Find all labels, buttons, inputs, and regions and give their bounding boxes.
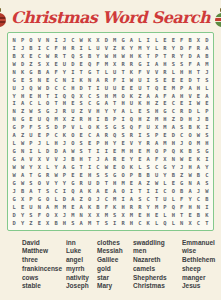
grid-cell: D	[77, 84, 85, 92]
grid-cell: W	[27, 107, 35, 115]
grid-cell: W	[10, 163, 18, 171]
grid-cell: Y	[10, 92, 18, 100]
grid-cell: G	[203, 147, 211, 155]
grid-cell: X	[161, 155, 169, 163]
grid-cell: S	[111, 211, 119, 219]
grid-cell: M	[194, 139, 202, 147]
grid-cell: R	[178, 107, 186, 115]
grid-cell: L	[136, 163, 144, 171]
grid-cell: C	[178, 131, 186, 139]
grid-cell: H	[161, 115, 169, 123]
grid-cell: B	[203, 52, 211, 60]
grid-cell: I	[119, 195, 127, 203]
grid-cell: D	[44, 147, 52, 155]
grid-cell: J	[178, 163, 186, 171]
grid-cell: A	[152, 139, 160, 147]
grid-cell: A	[136, 179, 144, 187]
grid-cell: J	[60, 139, 68, 147]
grid-cell: R	[161, 44, 169, 52]
grid-cell: M	[69, 211, 77, 219]
grid-cell: O	[119, 187, 127, 195]
grid-cell: R	[77, 115, 85, 123]
grid-cell: O	[44, 211, 52, 219]
grid-cell: A	[194, 52, 202, 60]
grid-cell: J	[35, 139, 43, 147]
grid-cell: O	[69, 139, 77, 147]
grid-cell: S	[194, 147, 202, 155]
grid-cell: F	[52, 44, 60, 52]
grid-cell: M	[85, 219, 93, 227]
grid-cell: L	[35, 147, 43, 155]
grid-cell: D	[60, 195, 68, 203]
grid-cell: E	[102, 187, 110, 195]
word-item: Galilee	[97, 256, 133, 265]
grid-cell: Q	[161, 219, 169, 227]
grid-cell: A	[169, 123, 177, 131]
grid-cell: J	[52, 107, 60, 115]
grid-cell: E	[35, 219, 43, 227]
grid-cell: A	[77, 187, 85, 195]
grid-cell: K	[194, 123, 202, 131]
grid-cell: E	[27, 92, 35, 100]
grid-cell: R	[136, 203, 144, 211]
grid-cell: E	[169, 76, 177, 84]
grid-cell: V	[152, 68, 160, 76]
grid-cell: N	[10, 68, 18, 76]
word-item: myrrh	[66, 265, 97, 274]
grid-cell: I	[60, 187, 68, 195]
grid-cell: L	[203, 84, 211, 92]
grid-cell: O	[85, 123, 93, 131]
grid-cell: H	[186, 203, 194, 211]
grid-cell: A	[169, 92, 177, 100]
grid-cell: C	[194, 219, 202, 227]
grid-cell: B	[52, 219, 60, 227]
grid-cell: M	[152, 203, 160, 211]
grid-cell: P	[27, 195, 35, 203]
grid-cell: G	[35, 171, 43, 179]
grid-cell: H	[35, 92, 43, 100]
grid-cell: G	[35, 195, 43, 203]
grid-cell: T	[178, 211, 186, 219]
grid-cell: E	[111, 163, 119, 171]
grid-cell: P	[27, 139, 35, 147]
grid-cell: G	[85, 68, 93, 76]
grid-cell: U	[35, 115, 43, 123]
word-item: Jesus	[182, 282, 221, 291]
grid-cell: L	[194, 107, 202, 115]
grid-cell: V	[44, 155, 52, 163]
grid-cell: D	[178, 115, 186, 123]
grid-cell: I	[52, 36, 60, 44]
grid-cell: D	[10, 211, 18, 219]
grid-cell: I	[152, 187, 160, 195]
grid-cell: D	[186, 52, 194, 60]
grid-cell: I	[186, 100, 194, 108]
grid-cell: T	[152, 195, 160, 203]
grid-cell: B	[203, 195, 211, 203]
grid-cell: I	[69, 76, 77, 84]
grid-cell: N	[18, 147, 26, 155]
grid-cell: T	[102, 179, 110, 187]
bauble-ornament-icon	[215, 8, 221, 27]
grid-cell: A	[111, 187, 119, 195]
grid-cell: A	[94, 131, 102, 139]
grid-cell: E	[127, 84, 135, 92]
grid-cell: K	[94, 123, 102, 131]
grid-cell: I	[10, 44, 18, 52]
word-item: gold	[97, 265, 133, 274]
grid-cell: F	[136, 68, 144, 76]
grid-cell: T	[77, 68, 85, 76]
grid-cell: J	[194, 115, 202, 123]
grid-cell: K	[111, 203, 119, 211]
word-item: angel	[66, 256, 97, 265]
grid-cell: M	[52, 203, 60, 211]
grid-cell: E	[119, 139, 127, 147]
grid-cell: U	[136, 76, 144, 84]
grid-cell: M	[161, 139, 169, 147]
grid-cell: I	[203, 155, 211, 163]
grid-cell: V	[186, 92, 194, 100]
grid-cell: D	[186, 107, 194, 115]
grid-cell: B	[102, 115, 110, 123]
grid-cell: A	[186, 187, 194, 195]
grid-cell: E	[178, 76, 186, 84]
grid-cell: X	[186, 219, 194, 227]
title-bar: Christmas Word Search	[0, 0, 221, 30]
grid-cell: P	[18, 123, 26, 131]
grid-cell: A	[152, 60, 160, 68]
grid-cell: O	[119, 163, 127, 171]
grid-cell: N	[10, 115, 18, 123]
grid-cell: Y	[161, 171, 169, 179]
grid-cell: E	[18, 203, 26, 211]
grid-cell: B	[194, 211, 202, 219]
grid-cell: Z	[18, 107, 26, 115]
grid-cell: H	[152, 107, 160, 115]
grid-cell: B	[144, 171, 152, 179]
grid-cell: Z	[136, 92, 144, 100]
grid-cell: F	[136, 123, 144, 131]
grid-cell: X	[77, 92, 85, 100]
grid-cell: C	[152, 163, 160, 171]
grid-cell: W	[178, 155, 186, 163]
grid-cell: V	[44, 179, 52, 187]
grid-cell: T	[144, 52, 152, 60]
grid-cell: E	[18, 76, 26, 84]
grid-cell: I	[144, 60, 152, 68]
grid-cell: C	[169, 107, 177, 115]
grid-cell: P	[60, 123, 68, 131]
grid-cell: C	[102, 195, 110, 203]
grid-cell: C	[52, 187, 60, 195]
grid-cell: W	[44, 52, 52, 60]
grid-cell: T	[52, 100, 60, 108]
grid-cell: D	[178, 44, 186, 52]
grid-cell: H	[136, 115, 144, 123]
grid-cell: Q	[44, 115, 52, 123]
grid-cell: F	[102, 203, 110, 211]
grid-cell: Z	[27, 219, 35, 227]
grid-cell: B	[186, 147, 194, 155]
grid-cell: I	[119, 115, 127, 123]
grid-cell: S	[44, 123, 52, 131]
grid-cell: I	[52, 92, 60, 100]
word-list: DavidMatthewthreefrankincensecowsstablei…	[22, 239, 221, 292]
grid-cell: R	[161, 68, 169, 76]
grid-cell: Q	[69, 92, 77, 100]
grid-cell: Y	[144, 203, 152, 211]
grid-cell: H	[102, 92, 110, 100]
grid-cell: N	[178, 219, 186, 227]
grid-cell: S	[144, 163, 152, 171]
word-item: Joseph	[66, 282, 97, 291]
grid-cell: T	[94, 68, 102, 76]
grid-cell: E	[161, 100, 169, 108]
grid-cell: E	[69, 100, 77, 108]
grid-cell: W	[69, 147, 77, 155]
grid-cell: Z	[77, 195, 85, 203]
grid-cell: R	[102, 76, 110, 84]
grid-cell: I	[27, 147, 35, 155]
grid-cell: A	[94, 187, 102, 195]
grid-cell: E	[35, 131, 43, 139]
grid-cell: N	[60, 76, 68, 84]
grid-cell: W	[18, 139, 26, 147]
grid-cell: Y	[169, 44, 177, 52]
grid-cell: Y	[169, 163, 177, 171]
grid-cell: U	[85, 179, 93, 187]
word-item: Emmanuel	[182, 239, 221, 248]
grid-cell: D	[52, 123, 60, 131]
grid-cell: N	[10, 107, 18, 115]
grid-cell: W	[35, 84, 43, 92]
grid-cell: Q	[69, 52, 77, 60]
grid-cell: X	[35, 155, 43, 163]
grid-cell: R	[52, 52, 60, 60]
grid-cell: I	[94, 147, 102, 155]
grid-cell: R	[69, 44, 77, 52]
grid-cell: P	[44, 131, 52, 139]
grid-cell: U	[69, 107, 77, 115]
grid-cell: C	[52, 76, 60, 84]
grid-cell: J	[94, 155, 102, 163]
grid-cell: R	[119, 60, 127, 68]
grid-cell: H	[127, 52, 135, 60]
grid-cell: X	[60, 115, 68, 123]
grid-cell: A	[77, 219, 85, 227]
grid-cell: M	[52, 115, 60, 123]
grid-cell: D	[10, 219, 18, 227]
grid-cell: E	[203, 100, 211, 108]
grid-cell: T	[203, 219, 211, 227]
grid-cell: X	[52, 211, 60, 219]
grid-cell: U	[127, 100, 135, 108]
grid-cell: A	[127, 36, 135, 44]
grid-cell: H	[169, 139, 177, 147]
grid-cell: R	[77, 179, 85, 187]
grid-cell: B	[186, 123, 194, 131]
grid-cell: A	[77, 203, 85, 211]
grid-cell: T	[119, 68, 127, 76]
grid-cell: L	[152, 219, 160, 227]
grid-cell: O	[44, 195, 52, 203]
grid-cell: I	[77, 44, 85, 52]
grid-cell: C	[194, 195, 202, 203]
grid-cell: D	[69, 60, 77, 68]
word-item: Luke	[66, 247, 97, 256]
grid-cell: P	[178, 84, 186, 92]
grid-cell: S	[94, 92, 102, 100]
grid-cell: M	[111, 92, 119, 100]
grid-cell: C	[60, 84, 68, 92]
grid-cell: A	[194, 179, 202, 187]
grid-cell: L	[127, 107, 135, 115]
grid-cell: H	[178, 92, 186, 100]
grid-cell: S	[69, 219, 77, 227]
grid-cell: D	[203, 36, 211, 44]
grid-cell: Y	[18, 211, 26, 219]
grid-cell: K	[85, 203, 93, 211]
grid-cell: L	[35, 100, 43, 108]
grid-cell: I	[94, 115, 102, 123]
word-item: frankincense	[22, 265, 66, 274]
word-item: David	[22, 239, 66, 248]
grid-cell: A	[203, 92, 211, 100]
grid-cell: S	[77, 52, 85, 60]
grid-cell: G	[44, 107, 52, 115]
grid-cell: N	[35, 203, 43, 211]
grid-cell: M	[127, 211, 135, 219]
grid-cell: P	[127, 171, 135, 179]
grid-cell: H	[144, 100, 152, 108]
grid-cell: K	[194, 155, 202, 163]
grid-cell: X	[94, 211, 102, 219]
grid-cell: E	[169, 179, 177, 187]
grid-cell: H	[85, 171, 93, 179]
grid-cell: Z	[152, 100, 160, 108]
grid-cell: X	[111, 60, 119, 68]
grid-cell: W	[77, 36, 85, 44]
grid-cell: E	[178, 100, 186, 108]
grid-cell: B	[136, 171, 144, 179]
grid-cell: W	[10, 171, 18, 179]
grid-cell: G	[27, 68, 35, 76]
grid-cell: O	[186, 131, 194, 139]
grid-cell: A	[144, 155, 152, 163]
grid-cell: A	[69, 195, 77, 203]
grid-cell: R	[144, 139, 152, 147]
grid-cell: Y	[127, 44, 135, 52]
grid-cell: H	[186, 163, 194, 171]
grid-cell: E	[27, 52, 35, 60]
grid-cell: B	[27, 44, 35, 52]
grid-cell: U	[27, 203, 35, 211]
grid-cell: M	[102, 211, 110, 219]
grid-cell: L	[44, 139, 52, 147]
grid-cell: C	[44, 44, 52, 52]
grid-cell: Q	[127, 115, 135, 123]
grid-cell: I	[119, 76, 127, 84]
grid-cell: L	[44, 163, 52, 171]
grid-cell: B	[169, 171, 177, 179]
grid-cell: I	[144, 36, 152, 44]
grid-cell: U	[102, 84, 110, 92]
grid-cell: Y	[203, 163, 211, 171]
grid-cell: I	[136, 131, 144, 139]
grid-cell: H	[69, 84, 77, 92]
word-item: Mary	[97, 282, 133, 291]
grid-cell: I	[102, 147, 110, 155]
grid-cell: A	[102, 155, 110, 163]
grid-cell: C	[169, 100, 177, 108]
grid-cell: C	[27, 100, 35, 108]
word-item: three	[22, 256, 66, 265]
grid-cell: S	[102, 123, 110, 131]
grid-cell: E	[136, 107, 144, 115]
grid-cell: J	[18, 44, 26, 52]
grid-cell: P	[94, 139, 102, 147]
grid-cell: T	[194, 76, 202, 84]
grid-cell: I	[10, 100, 18, 108]
grid-cell: K	[85, 36, 93, 44]
grid-cell: R	[111, 155, 119, 163]
grid-cell: L	[152, 36, 160, 44]
grid-cell: I	[203, 203, 211, 211]
grid-cell: C	[136, 219, 144, 227]
grid-cell: K	[119, 44, 127, 52]
grid-cell: L	[52, 195, 60, 203]
grid-cell: A	[203, 44, 211, 52]
grid-cell: E	[27, 115, 35, 123]
grid-cell: H	[127, 219, 135, 227]
word-column: EmmanuelwiseBethlehemsheepmangerJesus	[182, 239, 221, 292]
grid-cell: S	[119, 131, 127, 139]
grid-cell: S	[203, 179, 211, 187]
grid-cell: F	[94, 60, 102, 68]
word-item: nativity	[66, 274, 97, 283]
grid-cell: F	[152, 155, 160, 163]
grid-cell: L	[169, 219, 177, 227]
grid-cell: K	[203, 211, 211, 219]
grid-cell: S	[35, 107, 43, 115]
grid-cell: V	[144, 68, 152, 76]
grid-cell: E	[152, 211, 160, 219]
grid-cell: P	[18, 36, 26, 44]
grid-cell: B	[178, 187, 186, 195]
grid-cell: U	[161, 195, 169, 203]
grid-cell: T	[144, 84, 152, 92]
grid-cell: F	[186, 60, 194, 68]
grid-cell: U	[152, 171, 160, 179]
grid-cell: Y	[111, 107, 119, 115]
grid-cell: L	[102, 68, 110, 76]
grid-cell: B	[186, 36, 194, 44]
grid-cell: V	[27, 155, 35, 163]
grid-cell: K	[85, 187, 93, 195]
grid-cell: J	[94, 195, 102, 203]
grid-cell: A	[194, 60, 202, 68]
grid-cell: Y	[52, 163, 60, 171]
word-item: Matthew	[22, 247, 66, 256]
grid-cell: Z	[111, 44, 119, 52]
grid-cell: Z	[69, 115, 77, 123]
grid-cell: D	[44, 84, 52, 92]
grid-cell: C	[69, 36, 77, 44]
puzzle-board: NPOVNIJCWKXDMGALILEEFBXDIJBICFHRILUVZKYM…	[7, 32, 214, 231]
grid-cell: M	[60, 203, 68, 211]
